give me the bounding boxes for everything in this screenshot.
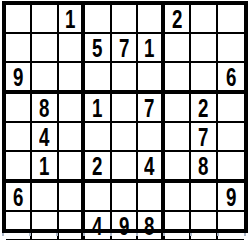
sudoku-screen: 125719681724712486949853 [0,0,250,240]
cell-r7c8[interactable] [191,183,217,212]
given-digit: 9 [119,212,129,239]
cell-r7c3[interactable] [59,183,85,212]
cell-r8c8[interactable] [191,212,217,240]
cell-r5c1[interactable] [6,123,32,152]
gridline-stub [217,233,219,236]
cell-r1c2[interactable] [32,5,58,34]
given-digit: 7 [144,94,154,121]
cell-r3c6[interactable] [138,63,164,94]
given-digit: 9 [13,63,23,90]
cell-r3c5[interactable] [112,63,138,94]
given-digit: 6 [13,183,23,210]
cell-r7c5[interactable] [112,183,138,212]
cell-r1c5[interactable] [112,5,138,34]
cell-r2c9[interactable] [218,34,244,63]
given-digit: 4 [144,152,154,179]
given-digit: 7 [198,123,208,150]
cell-r1c9[interactable] [218,5,244,34]
given-digit: 5 [92,34,102,61]
cell-r8c2[interactable] [32,212,58,240]
gridline-stub [163,233,165,236]
cell-r1c4[interactable] [85,5,111,34]
cell-r3c9: 6 [218,63,244,94]
cell-r3c8[interactable] [191,63,217,94]
cell-r7c1: 6 [6,183,32,212]
given-digit: 1 [65,5,75,32]
cell-r2c7[interactable] [165,34,191,63]
gridline-stub [244,233,246,236]
gridline-stub [136,233,138,236]
given-digit: 8 [39,94,49,121]
gridline-stub [190,233,192,236]
cell-r2c2[interactable] [32,34,58,63]
cell-r5c4[interactable] [85,123,111,152]
gridline-stub [56,233,58,236]
cell-r6c8: 8 [191,152,217,183]
cell-r4c8: 2 [191,94,217,123]
cell-r8c7[interactable] [165,212,191,240]
given-digit: 4 [92,212,102,239]
given-digit: 8 [198,152,208,179]
given-digit: 2 [172,5,182,32]
cell-r3c3[interactable] [59,63,85,94]
cell-r4c6: 7 [138,94,164,123]
cell-r5c6[interactable] [138,123,164,152]
given-digit: 9 [226,183,236,210]
cell-r4c4: 1 [85,94,111,123]
cell-r1c3: 1 [59,5,85,34]
cell-r3c2[interactable] [32,63,58,94]
cell-r5c7[interactable] [165,123,191,152]
cell-r2c4: 5 [85,34,111,63]
cell-r7c7[interactable] [165,183,191,212]
cell-r4c7[interactable] [165,94,191,123]
cell-r1c1[interactable] [6,5,32,34]
gridline-stub [83,233,85,236]
cell-r2c6: 1 [138,34,164,63]
gridline-stub [29,233,31,236]
cell-r8c5: 9 [112,212,138,240]
cell-r3c4[interactable] [85,63,111,94]
cell-r5c2: 4 [32,123,58,152]
cell-r5c9[interactable] [218,123,244,152]
cell-r7c4[interactable] [85,183,111,212]
cell-r8c9[interactable] [218,212,244,240]
cell-r3c1: 9 [6,63,32,94]
cell-r2c8[interactable] [191,34,217,63]
cell-r6c9[interactable] [218,152,244,183]
cell-r5c8: 7 [191,123,217,152]
given-digit: 1 [39,152,49,179]
cell-r5c5[interactable] [112,123,138,152]
given-digit: 1 [144,34,154,61]
cell-r6c3[interactable] [59,152,85,183]
given-digit: 8 [144,212,154,239]
cell-r8c6: 8 [138,212,164,240]
cell-r5c3[interactable] [59,123,85,152]
cell-r2c1[interactable] [6,34,32,63]
cell-r1c7: 2 [165,5,191,34]
cell-r8c4: 4 [85,212,111,240]
given-digit: 6 [226,63,236,90]
cell-r2c5: 7 [112,34,138,63]
given-digit: 2 [198,94,208,121]
cell-r8c3[interactable] [59,212,85,240]
cell-r4c2: 8 [32,94,58,123]
cell-r6c6: 4 [138,152,164,183]
cell-r6c5[interactable] [112,152,138,183]
cell-r7c6[interactable] [138,183,164,212]
cell-r4c9[interactable] [218,94,244,123]
given-digit: 7 [119,34,129,61]
cell-r2c3[interactable] [59,34,85,63]
cell-r4c1[interactable] [6,94,32,123]
cell-r7c2[interactable] [32,183,58,212]
cell-r6c1[interactable] [6,152,32,183]
cell-r3c7[interactable] [165,63,191,94]
cell-r4c5[interactable] [112,94,138,123]
cell-r1c6[interactable] [138,5,164,34]
gridline-stub [110,233,112,236]
cell-r7c9: 9 [218,183,244,212]
given-digit: 4 [39,123,49,150]
given-digit: 1 [92,94,102,121]
cell-r6c4: 2 [85,152,111,183]
cell-r4c3[interactable] [59,94,85,123]
cell-r6c2: 1 [32,152,58,183]
given-digit: 2 [92,152,102,179]
cell-r6c7[interactable] [165,152,191,183]
cell-r1c8[interactable] [191,5,217,34]
gridline-stub [2,233,4,236]
sudoku-board: 125719681724712486949853 [2,1,248,233]
